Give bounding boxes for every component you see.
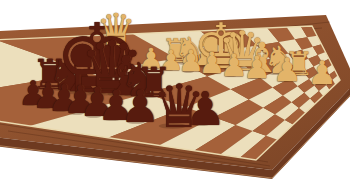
piece-shadow bbox=[163, 67, 174, 71]
piece-shadow bbox=[288, 72, 303, 76]
piece-shadow bbox=[159, 123, 187, 129]
chess-set-photo: ♛♜♞♝♚♟♛♟♝♟♞♟♜♟♟♟♟♜♞♝♚♛♝♞♜♟♟♟♟♟♟♟♟♛ bbox=[0, 0, 350, 180]
piece-shadow bbox=[224, 67, 249, 72]
piece-shadow bbox=[248, 75, 260, 79]
piece-shadow bbox=[313, 81, 326, 85]
piece-shadow bbox=[165, 59, 180, 63]
piece-shadow bbox=[140, 94, 159, 98]
piece-shadow bbox=[225, 73, 237, 77]
piece-shadow bbox=[101, 42, 121, 46]
piece-shadow bbox=[69, 111, 84, 115]
piece-shadow bbox=[278, 78, 291, 82]
chess-board bbox=[0, 0, 350, 180]
piece-shadow bbox=[204, 71, 215, 75]
piece-shadow bbox=[104, 117, 120, 121]
piece-shadow bbox=[267, 71, 284, 75]
piece-shadow bbox=[127, 120, 144, 124]
piece-shadow bbox=[248, 69, 267, 73]
piece-shadow bbox=[86, 114, 102, 118]
piece-shadow bbox=[23, 102, 36, 106]
piece-shadow bbox=[53, 108, 67, 112]
piece-shadow bbox=[183, 69, 194, 73]
piece-shadow bbox=[143, 65, 154, 69]
piece-shadow bbox=[38, 105, 52, 109]
piece-shadow bbox=[192, 122, 210, 126]
